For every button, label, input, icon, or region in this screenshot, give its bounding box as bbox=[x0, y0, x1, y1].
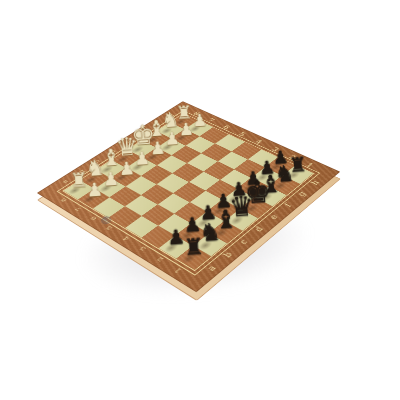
piece-glyph: ♟ bbox=[82, 179, 106, 199]
piece-glyph: ♜ bbox=[180, 234, 206, 258]
chess-board: abcdefgh abcdefgh 87654321 87654321 ♜♞♝♛… bbox=[36, 101, 339, 292]
scene: abcdefgh abcdefgh 87654321 87654321 ♜♞♝♛… bbox=[0, 0, 400, 400]
board-top-surface: abcdefgh abcdefgh 87654321 87654321 ♜♞♝♛… bbox=[36, 101, 339, 292]
product-photo: abcdefgh abcdefgh 87654321 87654321 ♜♞♝♛… bbox=[0, 0, 400, 400]
board-pieces: ♜♞♝♛♚♝♞♜♟♟♟♟♟♟♟♟♟♟♟♟♟♟♟♟♜♞♝♛♚♝♞♜ bbox=[63, 113, 313, 269]
